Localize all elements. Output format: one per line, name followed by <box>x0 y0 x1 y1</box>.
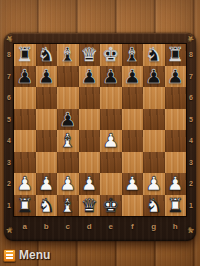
square-h4[interactable] <box>165 130 187 152</box>
file-label-a: a <box>14 221 36 233</box>
piece-white-pawn[interactable]: ♟ <box>167 173 184 194</box>
square-g2[interactable]: ♟ <box>143 173 165 195</box>
piece-black-knight[interactable]: ♞ <box>145 44 162 65</box>
square-h7[interactable]: ♟ <box>165 66 187 88</box>
square-h8[interactable]: ♜ <box>165 44 187 66</box>
square-g5[interactable] <box>143 109 165 131</box>
square-e3[interactable] <box>100 152 122 174</box>
square-b2[interactable]: ♟ <box>36 173 58 195</box>
hamburger-menu-icon[interactable] <box>3 249 16 262</box>
square-c2[interactable]: ♟ <box>57 173 79 195</box>
square-c7[interactable] <box>57 66 79 88</box>
square-c3[interactable] <box>57 152 79 174</box>
square-b3[interactable] <box>36 152 58 174</box>
piece-white-pawn[interactable]: ♟ <box>145 173 162 194</box>
file-label-f: f <box>122 221 144 233</box>
piece-black-pawn[interactable]: ♟ <box>145 66 162 87</box>
file-labels-bottom: abcdefgh <box>14 221 186 233</box>
square-a7[interactable]: ♟ <box>14 66 36 88</box>
rank-label-8: 8 <box>186 44 196 66</box>
piece-black-bishop[interactable]: ♝ <box>59 44 76 65</box>
square-d3[interactable] <box>79 152 101 174</box>
piece-black-rook[interactable]: ♜ <box>16 44 33 65</box>
piece-black-queen[interactable]: ♛ <box>81 44 98 65</box>
square-b5[interactable] <box>36 109 58 131</box>
square-e4[interactable]: ♟ <box>100 130 122 152</box>
square-d1[interactable]: ♛ <box>79 195 101 217</box>
square-e7[interactable]: ♟ <box>100 66 122 88</box>
square-a1[interactable]: ♜ <box>14 195 36 217</box>
square-h6[interactable] <box>165 87 187 109</box>
piece-white-rook[interactable]: ♜ <box>16 195 33 216</box>
square-g1[interactable]: ♞ <box>143 195 165 217</box>
square-h5[interactable] <box>165 109 187 131</box>
piece-white-pawn[interactable]: ♟ <box>59 173 76 194</box>
square-f8[interactable]: ♝ <box>122 44 144 66</box>
piece-black-pawn[interactable]: ♟ <box>81 66 98 87</box>
rank-label-7: 7 <box>4 66 14 88</box>
square-f3[interactable] <box>122 152 144 174</box>
square-g3[interactable] <box>143 152 165 174</box>
square-b7[interactable]: ♟ <box>36 66 58 88</box>
square-g7[interactable]: ♟ <box>143 66 165 88</box>
piece-white-pawn[interactable]: ♟ <box>102 130 119 151</box>
rank-label-2: 2 <box>186 173 196 195</box>
rank-label-4: 4 <box>186 130 196 152</box>
piece-white-bishop[interactable]: ♝ <box>59 195 76 216</box>
square-b6[interactable] <box>36 87 58 109</box>
square-a8[interactable]: ♜ <box>14 44 36 66</box>
square-e8[interactable]: ♚ <box>100 44 122 66</box>
piece-black-pawn[interactable]: ♟ <box>16 66 33 87</box>
piece-white-knight[interactable]: ♞ <box>38 195 55 216</box>
rank-label-6: 6 <box>186 87 196 109</box>
square-c1[interactable]: ♝ <box>57 195 79 217</box>
square-f6[interactable] <box>122 87 144 109</box>
square-f5[interactable] <box>122 109 144 131</box>
square-d7[interactable]: ♟ <box>79 66 101 88</box>
piece-white-knight[interactable]: ♞ <box>145 195 162 216</box>
square-a2[interactable]: ♟ <box>14 173 36 195</box>
piece-black-pawn[interactable]: ♟ <box>124 66 141 87</box>
piece-black-rook[interactable]: ♜ <box>167 44 184 65</box>
chess-board: ⚜ ⚜ ⚜ ⚜ 87654321 ♜♞♝♛♚♝♞♜♟♟♟♟♟♟♟♟♝♟♟♟♟♟♟… <box>4 33 196 241</box>
square-a4[interactable] <box>14 130 36 152</box>
rank-label-8: 8 <box>4 44 14 66</box>
rank-label-7: 7 <box>186 66 196 88</box>
piece-white-pawn[interactable]: ♟ <box>16 173 33 194</box>
rank-labels-right: 87654321 <box>186 44 196 216</box>
rank-label-3: 3 <box>186 152 196 174</box>
piece-white-rook[interactable]: ♜ <box>167 195 184 216</box>
square-e2[interactable] <box>100 173 122 195</box>
square-b1[interactable]: ♞ <box>36 195 58 217</box>
square-f4[interactable] <box>122 130 144 152</box>
square-d8[interactable]: ♛ <box>79 44 101 66</box>
rank-labels-left: 87654321 <box>4 44 14 216</box>
square-a6[interactable] <box>14 87 36 109</box>
square-d5[interactable] <box>79 109 101 131</box>
piece-white-bishop[interactable]: ♝ <box>59 130 76 151</box>
piece-white-pawn[interactable]: ♟ <box>81 173 98 194</box>
file-label-b: b <box>36 221 58 233</box>
square-h3[interactable] <box>165 152 187 174</box>
square-c5[interactable]: ♟ <box>57 109 79 131</box>
rank-label-3: 3 <box>4 152 14 174</box>
piece-black-pawn[interactable]: ♟ <box>167 66 184 87</box>
piece-white-queen[interactable]: ♛ <box>81 195 98 216</box>
square-g6[interactable] <box>143 87 165 109</box>
piece-black-bishop[interactable]: ♝ <box>124 44 141 65</box>
file-label-h: h <box>165 221 187 233</box>
square-f7[interactable]: ♟ <box>122 66 144 88</box>
piece-black-pawn[interactable]: ♟ <box>59 109 76 130</box>
rank-label-4: 4 <box>4 130 14 152</box>
rank-label-2: 2 <box>4 173 14 195</box>
piece-white-king[interactable]: ♚ <box>102 195 119 216</box>
square-d6[interactable] <box>79 87 101 109</box>
square-e6[interactable] <box>100 87 122 109</box>
piece-black-pawn[interactable]: ♟ <box>38 66 55 87</box>
square-h2[interactable]: ♟ <box>165 173 187 195</box>
file-label-c: c <box>57 221 79 233</box>
rank-label-1: 1 <box>4 195 14 217</box>
square-c4[interactable]: ♝ <box>57 130 79 152</box>
piece-black-knight[interactable]: ♞ <box>38 44 55 65</box>
board-squares: ♜♞♝♛♚♝♞♜♟♟♟♟♟♟♟♟♝♟♟♟♟♟♟♟♟♜♞♝♛♚♞♜ <box>14 44 186 216</box>
rank-label-1: 1 <box>186 195 196 217</box>
square-g4[interactable] <box>143 130 165 152</box>
rank-label-6: 6 <box>4 87 14 109</box>
square-h1[interactable]: ♜ <box>165 195 187 217</box>
square-e1[interactable]: ♚ <box>100 195 122 217</box>
square-c6[interactable] <box>57 87 79 109</box>
file-label-d: d <box>79 221 101 233</box>
square-e5[interactable] <box>100 109 122 131</box>
piece-black-king[interactable]: ♚ <box>102 44 119 65</box>
menu-button-label: Menu <box>19 248 50 262</box>
square-a5[interactable] <box>14 109 36 131</box>
square-a3[interactable] <box>14 152 36 174</box>
square-f1[interactable] <box>122 195 144 217</box>
square-f2[interactable]: ♟ <box>122 173 144 195</box>
rank-label-5: 5 <box>4 109 14 131</box>
square-g8[interactable]: ♞ <box>143 44 165 66</box>
square-d2[interactable]: ♟ <box>79 173 101 195</box>
square-b8[interactable]: ♞ <box>36 44 58 66</box>
piece-black-pawn[interactable]: ♟ <box>102 66 119 87</box>
file-label-g: g <box>143 221 165 233</box>
rank-label-5: 5 <box>186 109 196 131</box>
piece-white-pawn[interactable]: ♟ <box>38 173 55 194</box>
menu-button[interactable]: Menu <box>3 247 50 263</box>
square-d4[interactable] <box>79 130 101 152</box>
square-b4[interactable] <box>36 130 58 152</box>
piece-white-pawn[interactable]: ♟ <box>124 173 141 194</box>
square-c8[interactable]: ♝ <box>57 44 79 66</box>
file-label-e: e <box>100 221 122 233</box>
